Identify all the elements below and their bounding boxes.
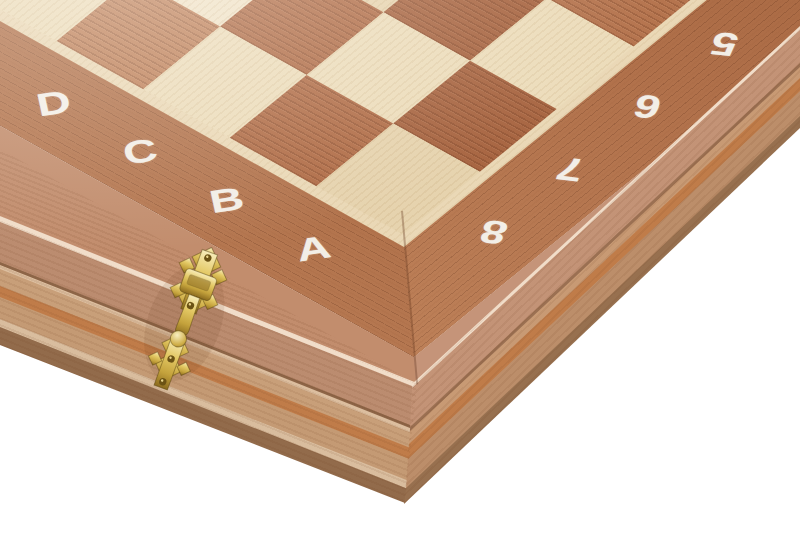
chess-board-photo: HGFEDCBA12345678 [0, 0, 800, 533]
